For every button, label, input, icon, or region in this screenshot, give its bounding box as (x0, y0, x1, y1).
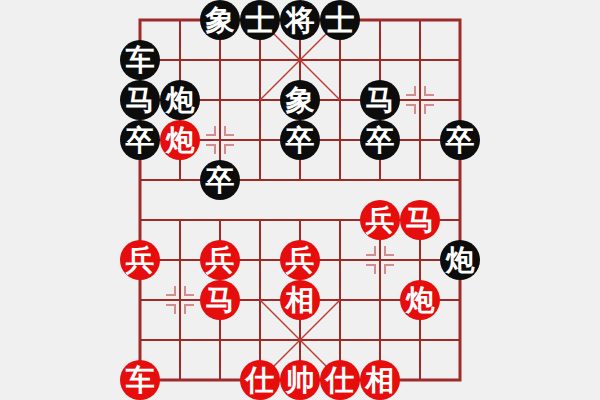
piece-black-cannon[interactable]: 炮 (160, 80, 200, 120)
piece-red-chariot[interactable]: 车 (120, 360, 160, 400)
piece-red-elephant[interactable]: 相 (360, 360, 400, 400)
board-grid[interactable]: 象士将士车马炮象马卒炮卒卒卒卒兵马兵兵兵炮马相炮车仕帅仕相 (120, 0, 480, 400)
piece-black-advisor[interactable]: 士 (240, 0, 280, 40)
piece-red-cannon[interactable]: 炮 (160, 120, 200, 160)
piece-black-elephant[interactable]: 象 (200, 0, 240, 40)
piece-black-general[interactable]: 将 (280, 0, 320, 40)
piece-black-soldier[interactable]: 卒 (440, 120, 480, 160)
piece-black-soldier[interactable]: 卒 (120, 120, 160, 160)
piece-black-advisor[interactable]: 士 (320, 0, 360, 40)
piece-black-soldier[interactable]: 卒 (200, 160, 240, 200)
piece-red-soldier[interactable]: 兵 (360, 200, 400, 240)
piece-red-horse[interactable]: 马 (400, 200, 440, 240)
piece-black-soldier[interactable]: 卒 (280, 120, 320, 160)
piece-black-elephant[interactable]: 象 (280, 80, 320, 120)
piece-red-general[interactable]: 帅 (280, 360, 320, 400)
piece-red-soldier[interactable]: 兵 (120, 240, 160, 280)
piece-red-elephant[interactable]: 相 (280, 280, 320, 320)
piece-red-soldier[interactable]: 兵 (200, 240, 240, 280)
piece-red-advisor[interactable]: 仕 (240, 360, 280, 400)
piece-black-chariot[interactable]: 车 (120, 40, 160, 80)
piece-black-cannon[interactable]: 炮 (440, 240, 480, 280)
piece-black-soldier[interactable]: 卒 (360, 120, 400, 160)
piece-black-horse[interactable]: 马 (360, 80, 400, 120)
piece-red-advisor[interactable]: 仕 (320, 360, 360, 400)
piece-red-horse[interactable]: 马 (200, 280, 240, 320)
piece-black-horse[interactable]: 马 (120, 80, 160, 120)
piece-red-cannon[interactable]: 炮 (400, 280, 440, 320)
piece-red-soldier[interactable]: 兵 (280, 240, 320, 280)
xiangqi-board: 象士将士车马炮象马卒炮卒卒卒卒兵马兵兵兵炮马相炮车仕帅仕相 (0, 0, 600, 400)
